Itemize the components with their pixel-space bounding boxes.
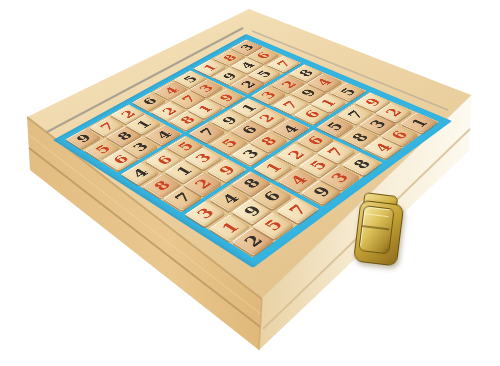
product-photo-sudoku-box: 9725816346452738191839462574658137297915… — [0, 0, 500, 366]
clasp-hasp[interactable] — [358, 205, 394, 254]
clasp-latch[interactable] — [347, 190, 410, 270]
